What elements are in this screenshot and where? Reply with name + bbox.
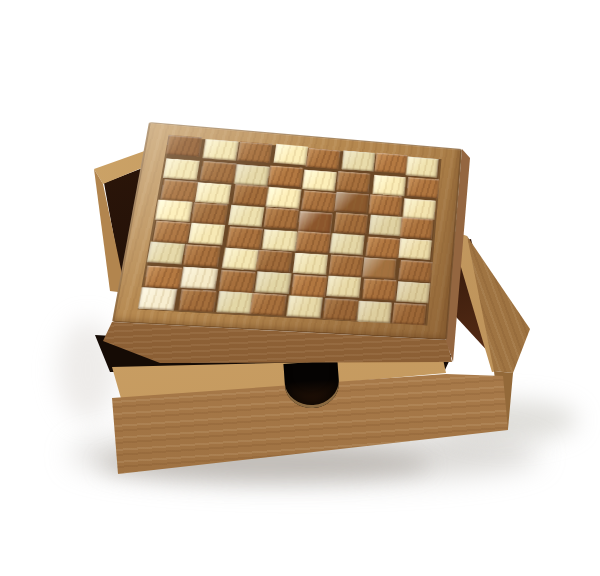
board-square-f1 xyxy=(323,298,358,321)
board-square-g3 xyxy=(362,258,396,280)
board-square-b4 xyxy=(188,223,225,246)
board-square-g1 xyxy=(357,301,392,323)
board-square-b8 xyxy=(203,139,239,161)
board-square-a7 xyxy=(163,158,200,180)
board-square-f3 xyxy=(329,255,364,277)
board-square-b6 xyxy=(195,182,231,204)
board-square-h7 xyxy=(407,177,440,198)
board-square-a8 xyxy=(166,135,202,157)
board-square-b2 xyxy=(181,266,219,289)
board-square-e5 xyxy=(298,211,333,233)
product-photo-scene xyxy=(0,0,600,576)
board-square-f7 xyxy=(337,171,371,192)
board-square-h8 xyxy=(406,156,439,177)
chessboard-lid xyxy=(112,122,462,340)
board-square-f2 xyxy=(327,275,362,297)
board-square-a2 xyxy=(144,265,182,288)
board-square-b7 xyxy=(200,161,236,183)
board-square-c1 xyxy=(216,291,253,314)
board-square-h3 xyxy=(398,260,432,282)
board-square-f4 xyxy=(330,233,365,255)
board-square-a6 xyxy=(161,179,198,201)
board-square-d8 xyxy=(273,144,308,166)
board-square-g7 xyxy=(372,175,405,196)
board-square-e3 xyxy=(293,253,328,275)
board-square-c8 xyxy=(237,141,272,163)
board-square-c5 xyxy=(228,205,264,227)
chessboard-grid xyxy=(140,137,440,324)
board-square-h6 xyxy=(403,198,436,219)
board-square-d4 xyxy=(262,229,298,251)
board-square-c3 xyxy=(221,248,258,271)
board-square-a5 xyxy=(155,199,192,221)
board-square-c4 xyxy=(226,226,263,248)
board-square-g2 xyxy=(362,278,396,300)
board-square-c7 xyxy=(234,164,270,186)
board-square-h5 xyxy=(400,217,433,239)
board-square-e2 xyxy=(291,274,327,297)
board-square-d3 xyxy=(256,250,292,272)
board-square-f6 xyxy=(335,191,369,213)
board-square-d1 xyxy=(249,293,286,316)
board-square-f5 xyxy=(334,212,368,234)
board-square-b1 xyxy=(179,289,217,312)
board-square-b3 xyxy=(183,245,220,268)
board-square-e6 xyxy=(301,190,336,212)
board-square-c2 xyxy=(218,270,255,293)
board-square-d7 xyxy=(268,166,303,188)
board-square-g5 xyxy=(368,215,402,237)
board-square-d2 xyxy=(255,271,291,294)
board-square-e7 xyxy=(302,170,337,192)
board-square-h2 xyxy=(396,281,430,303)
board-square-a3 xyxy=(147,242,185,265)
board-square-e4 xyxy=(296,231,331,253)
board-square-g4 xyxy=(365,236,399,258)
board-square-e1 xyxy=(287,295,323,318)
board-square-g6 xyxy=(368,194,401,215)
board-square-h1 xyxy=(392,303,426,325)
board-square-c6 xyxy=(232,184,268,206)
board-square-a4 xyxy=(153,221,191,244)
board-square-d6 xyxy=(266,187,302,209)
board-square-g8 xyxy=(374,153,407,174)
board-square-b5 xyxy=(191,202,228,224)
board-square-h4 xyxy=(398,238,432,260)
board-square-d5 xyxy=(263,207,298,229)
board-square-a1 xyxy=(138,287,177,310)
board-square-f8 xyxy=(342,150,375,171)
board-square-e8 xyxy=(306,148,341,170)
